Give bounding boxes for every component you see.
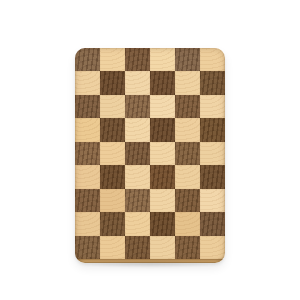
board-square <box>150 95 175 118</box>
board-square <box>175 71 200 94</box>
board-square <box>75 95 100 118</box>
board-square <box>150 165 175 188</box>
board-square <box>150 142 175 165</box>
board-square <box>175 189 200 212</box>
board-square <box>200 118 225 141</box>
board-side-edge <box>75 259 225 263</box>
board-square <box>150 118 175 141</box>
board-square <box>175 142 200 165</box>
board-square <box>100 118 125 141</box>
board-square <box>200 48 225 71</box>
board-square <box>200 95 225 118</box>
board-square <box>75 189 100 212</box>
board-square <box>175 48 200 71</box>
board-square <box>100 95 125 118</box>
board-square <box>100 142 125 165</box>
board-square <box>175 95 200 118</box>
board-square <box>75 212 100 235</box>
board-square <box>150 212 175 235</box>
board-square <box>200 236 225 259</box>
board-square <box>75 71 100 94</box>
board-square <box>150 189 175 212</box>
board-square <box>125 95 150 118</box>
board-square <box>100 48 125 71</box>
board-square <box>100 236 125 259</box>
board-square <box>125 236 150 259</box>
board-grid <box>75 48 225 259</box>
board-square <box>150 71 175 94</box>
board-square <box>175 165 200 188</box>
board-square <box>200 142 225 165</box>
board-square <box>125 212 150 235</box>
board-square <box>175 212 200 235</box>
board-square <box>125 165 150 188</box>
board-square <box>100 71 125 94</box>
board-square <box>125 71 150 94</box>
board-square <box>175 236 200 259</box>
board-square <box>75 118 100 141</box>
cutting-board <box>75 48 225 263</box>
board-square <box>75 236 100 259</box>
board-square <box>200 165 225 188</box>
board-square <box>75 142 100 165</box>
board-square <box>125 142 150 165</box>
board-square <box>100 189 125 212</box>
board-square <box>200 189 225 212</box>
board-square <box>125 48 150 71</box>
board-square <box>75 165 100 188</box>
board-square <box>200 71 225 94</box>
board-square <box>150 48 175 71</box>
board-square <box>100 165 125 188</box>
board-square <box>200 212 225 235</box>
board-square <box>125 118 150 141</box>
board-square <box>150 236 175 259</box>
board-square <box>175 118 200 141</box>
board-square <box>125 189 150 212</box>
product-photo-canvas <box>0 0 300 300</box>
board-square <box>100 212 125 235</box>
board-square <box>75 48 100 71</box>
